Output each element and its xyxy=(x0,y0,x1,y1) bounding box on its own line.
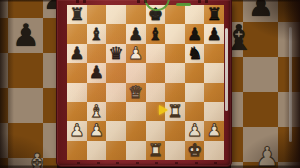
background-scrollbar xyxy=(289,27,292,142)
square-a7[interactable] xyxy=(67,24,87,43)
square-b2[interactable]: ♟ xyxy=(87,121,107,140)
frame-marks-top xyxy=(67,0,224,3)
square-e5[interactable] xyxy=(146,63,166,82)
piece-black-queen: ♛ xyxy=(108,45,123,62)
piece-black-rook: ♜ xyxy=(69,6,84,23)
square-g1[interactable]: ♚ xyxy=(185,141,205,160)
square-b8[interactable] xyxy=(87,5,107,24)
annotation-green-segment-f8-g8 xyxy=(176,3,191,6)
square-h5[interactable] xyxy=(204,63,224,82)
piece-black-pawn: ♟ xyxy=(207,26,222,43)
square-g6[interactable]: ♞ xyxy=(185,44,205,63)
frame-marks-bottom xyxy=(69,162,222,165)
square-b6[interactable] xyxy=(87,44,107,63)
square-b3[interactable]: ♝ xyxy=(87,102,107,121)
app-stage: ♟ ♟ ♝ ♟ ♝ ♟ ♜♚♜♝♟♝♟♟♟♛♟♞♟♛♝♜♟♟♟♟♜♚ xyxy=(0,0,300,168)
square-f6[interactable] xyxy=(165,44,185,63)
piece-white-pawn: ♟ xyxy=(89,122,104,139)
square-g4[interactable] xyxy=(185,83,205,102)
square-h6[interactable] xyxy=(204,44,224,63)
square-g7[interactable]: ♟ xyxy=(185,24,205,43)
board-grid: ♜♚♜♝♟♝♟♟♟♛♟♞♟♛♝♜♟♟♟♟♜♚ xyxy=(67,5,224,160)
piece-white-rook: ♜ xyxy=(148,142,163,159)
square-f1[interactable] xyxy=(165,141,185,160)
square-a5[interactable] xyxy=(67,63,87,82)
annotation-yellow-arrow-f3 xyxy=(159,105,168,115)
square-b5[interactable]: ♟ xyxy=(87,63,107,82)
square-c2[interactable] xyxy=(106,121,126,140)
square-b4[interactable] xyxy=(87,83,107,102)
square-d4[interactable]: ♛ xyxy=(126,83,146,102)
square-h4[interactable] xyxy=(204,83,224,102)
square-c7[interactable] xyxy=(106,24,126,43)
square-d5[interactable] xyxy=(126,63,146,82)
square-h1[interactable] xyxy=(204,141,224,160)
square-d6[interactable]: ♟ xyxy=(126,44,146,63)
square-h2[interactable]: ♟ xyxy=(204,121,224,140)
background-white-bishop-icon: ♝ xyxy=(22,149,52,168)
square-d1[interactable] xyxy=(126,141,146,160)
square-c6[interactable]: ♛ xyxy=(106,44,126,63)
piece-black-rook: ♜ xyxy=(207,6,222,23)
piece-white-pawn: ♟ xyxy=(207,122,222,139)
background-black-pawn-icon: ♟ xyxy=(12,20,40,51)
piece-white-king: ♚ xyxy=(187,142,202,159)
piece-white-queen: ♛ xyxy=(128,84,143,101)
square-c4[interactable] xyxy=(106,83,126,102)
square-c3[interactable] xyxy=(106,102,126,121)
square-g3[interactable] xyxy=(185,102,205,121)
square-e7[interactable]: ♝ xyxy=(146,24,166,43)
piece-white-pawn: ♟ xyxy=(128,45,143,62)
square-d3[interactable] xyxy=(126,102,146,121)
square-a2[interactable]: ♟ xyxy=(67,121,87,140)
square-e6[interactable] xyxy=(146,44,166,63)
square-h3[interactable] xyxy=(204,102,224,121)
square-f8[interactable] xyxy=(165,5,185,24)
square-f4[interactable] xyxy=(165,83,185,102)
square-b1[interactable] xyxy=(87,141,107,160)
square-e1[interactable]: ♜ xyxy=(146,141,166,160)
square-h8[interactable]: ♜ xyxy=(204,5,224,24)
square-e2[interactable] xyxy=(146,121,166,140)
square-f7[interactable] xyxy=(165,24,185,43)
square-h7[interactable]: ♟ xyxy=(204,24,224,43)
scrollbar[interactable] xyxy=(225,28,228,111)
square-a4[interactable] xyxy=(67,83,87,102)
piece-black-pawn: ♟ xyxy=(69,45,84,62)
square-e4[interactable] xyxy=(146,83,166,102)
square-g5[interactable] xyxy=(185,63,205,82)
square-f3[interactable]: ♜ xyxy=(165,102,185,121)
square-b7[interactable]: ♝ xyxy=(87,24,107,43)
piece-black-knight: ♞ xyxy=(187,45,202,62)
piece-white-bishop: ♝ xyxy=(89,103,104,120)
piece-black-pawn: ♟ xyxy=(128,26,143,43)
square-g2[interactable]: ♟ xyxy=(185,121,205,140)
square-a6[interactable]: ♟ xyxy=(67,44,87,63)
square-c5[interactable] xyxy=(106,63,126,82)
square-d8[interactable] xyxy=(126,5,146,24)
square-a8[interactable]: ♜ xyxy=(67,5,87,24)
square-f5[interactable] xyxy=(165,63,185,82)
piece-white-rook: ♜ xyxy=(167,103,182,120)
square-d2[interactable] xyxy=(126,121,146,140)
square-a1[interactable] xyxy=(67,141,87,160)
piece-black-pawn: ♟ xyxy=(187,26,202,43)
square-c1[interactable] xyxy=(106,141,126,160)
square-f2[interactable] xyxy=(165,121,185,140)
square-g8[interactable] xyxy=(185,5,205,24)
piece-white-pawn: ♟ xyxy=(187,122,202,139)
square-a3[interactable] xyxy=(67,102,87,121)
piece-black-pawn: ♟ xyxy=(89,64,104,81)
square-c8[interactable] xyxy=(106,5,126,24)
square-d7[interactable]: ♟ xyxy=(126,24,146,43)
piece-black-bishop: ♝ xyxy=(89,26,104,43)
piece-black-bishop: ♝ xyxy=(148,26,163,43)
chess-board: ♜♚♜♝♟♝♟♟♟♛♟♞♟♛♝♜♟♟♟♟♜♚ xyxy=(57,0,231,166)
piece-white-pawn: ♟ xyxy=(69,122,84,139)
background-white-pawn-icon: ♟ xyxy=(255,143,279,168)
